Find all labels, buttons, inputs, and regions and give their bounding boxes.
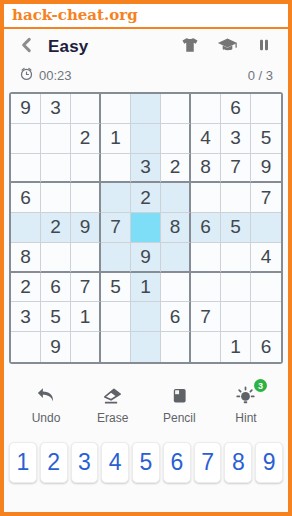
cell-r3c6[interactable]: 2 [161, 154, 191, 184]
cell-r6c1[interactable]: 8 [11, 243, 41, 273]
notebook-icon [167, 383, 191, 407]
pause-button[interactable] [254, 37, 274, 57]
cell-r5c1[interactable] [11, 213, 41, 243]
cell-r4c3[interactable] [71, 183, 101, 213]
cell-r8c4[interactable] [101, 302, 131, 332]
cell-r3c5[interactable]: 3 [131, 154, 161, 184]
page-title: Easy [48, 37, 89, 57]
cell-r2c9[interactable]: 5 [251, 124, 281, 154]
cell-r2c3[interactable]: 2 [71, 124, 101, 154]
cell-r6c9[interactable]: 4 [251, 243, 281, 273]
pencil-label: Pencil [163, 411, 196, 425]
tutorial-button[interactable] [217, 37, 237, 57]
sudoku-board: 93621435328796272978658942675135167916 [9, 92, 283, 364]
cell-r5c4[interactable]: 7 [101, 213, 131, 243]
cell-r7c8[interactable] [221, 273, 251, 303]
number-pad: 123456789 [9, 442, 283, 483]
status-row: 00:23 0 / 3 [4, 59, 288, 92]
cell-r9c3[interactable] [71, 332, 101, 362]
hint-label: Hint [235, 411, 256, 425]
cell-r3c7[interactable]: 8 [191, 154, 221, 184]
cell-r6c6[interactable] [161, 243, 191, 273]
cell-r8c8[interactable] [221, 302, 251, 332]
number-button-4[interactable]: 4 [101, 442, 129, 483]
undo-button[interactable]: Undo [26, 383, 66, 425]
undo-label: Undo [32, 411, 61, 425]
cell-r2c8[interactable]: 3 [221, 124, 251, 154]
cell-r8c7[interactable]: 7 [191, 302, 221, 332]
graduation-cap-icon [217, 35, 238, 60]
cell-r4c6[interactable] [161, 183, 191, 213]
cell-r3c4[interactable] [101, 154, 131, 184]
cell-r9c8[interactable]: 1 [221, 332, 251, 362]
cell-r6c4[interactable] [101, 243, 131, 273]
cell-r2c4[interactable]: 1 [101, 124, 131, 154]
number-button-9[interactable]: 9 [255, 442, 283, 483]
cell-r1c4[interactable] [101, 94, 131, 124]
cell-r3c1[interactable] [11, 154, 41, 184]
cell-r1c5[interactable] [131, 94, 161, 124]
cell-r2c5[interactable] [131, 124, 161, 154]
cell-r1c8[interactable]: 6 [221, 94, 251, 124]
cell-r8c5[interactable] [131, 302, 161, 332]
mistakes-counter: 0 / 3 [248, 68, 273, 83]
cell-r7c7[interactable] [191, 273, 221, 303]
cell-r8c9[interactable] [251, 302, 281, 332]
cell-r9c9[interactable]: 6 [251, 332, 281, 362]
cell-r7c5[interactable]: 1 [131, 273, 161, 303]
pause-icon [256, 37, 272, 57]
cell-r8c6[interactable]: 6 [161, 302, 191, 332]
cell-r5c7[interactable]: 6 [191, 213, 221, 243]
pencil-button[interactable]: Pencil [159, 383, 199, 425]
cell-r7c1[interactable]: 2 [11, 273, 41, 303]
number-button-3[interactable]: 3 [71, 442, 99, 483]
cell-r3c8[interactable]: 7 [221, 154, 251, 184]
timer-clock-icon [19, 66, 34, 84]
header-icons [180, 37, 274, 57]
cell-r4c8[interactable] [221, 183, 251, 213]
cell-r1c7[interactable] [191, 94, 221, 124]
cell-r9c6[interactable] [161, 332, 191, 362]
number-button-6[interactable]: 6 [163, 442, 191, 483]
cell-r9c2[interactable]: 9 [41, 332, 71, 362]
cell-r5c3[interactable]: 9 [71, 213, 101, 243]
cell-r3c2[interactable] [41, 154, 71, 184]
cell-r2c1[interactable] [11, 124, 41, 154]
cell-r4c7[interactable] [191, 183, 221, 213]
cell-r4c1[interactable]: 6 [11, 183, 41, 213]
cell-r5c9[interactable] [251, 213, 281, 243]
cell-r5c2[interactable]: 2 [41, 213, 71, 243]
back-chevron-icon [18, 36, 36, 58]
cell-r2c2[interactable] [41, 124, 71, 154]
cell-r8c3[interactable]: 1 [71, 302, 101, 332]
cell-r9c1[interactable] [11, 332, 41, 362]
number-button-8[interactable]: 8 [224, 442, 252, 483]
number-button-2[interactable]: 2 [40, 442, 68, 483]
number-button-1[interactable]: 1 [9, 442, 37, 483]
cell-r5c6[interactable]: 8 [161, 213, 191, 243]
cell-r1c6[interactable] [161, 94, 191, 124]
cell-r5c8[interactable]: 5 [221, 213, 251, 243]
undo-icon [34, 383, 58, 407]
cell-r7c4[interactable]: 5 [101, 273, 131, 303]
cell-r7c2[interactable]: 6 [41, 273, 71, 303]
cell-r7c9[interactable] [251, 273, 281, 303]
erase-label: Erase [97, 411, 128, 425]
cell-r4c4[interactable] [101, 183, 131, 213]
cell-r1c9[interactable] [251, 94, 281, 124]
cell-r3c9[interactable]: 9 [251, 154, 281, 184]
cell-r2c6[interactable] [161, 124, 191, 154]
theme-shirt-button[interactable] [180, 37, 200, 57]
cell-r8c1[interactable]: 3 [11, 302, 41, 332]
cell-r6c2[interactable] [41, 243, 71, 273]
cell-r4c9[interactable]: 7 [251, 183, 281, 213]
cell-r7c3[interactable]: 7 [71, 273, 101, 303]
header: Easy [4, 29, 288, 59]
watermark-text: hack-cheat.org [12, 6, 138, 24]
timer-value: 00:23 [39, 68, 72, 83]
cell-r2c7[interactable]: 4 [191, 124, 221, 154]
cell-r9c7[interactable] [191, 332, 221, 362]
cell-r1c3[interactable] [71, 94, 101, 124]
cell-r6c8[interactable] [221, 243, 251, 273]
number-button-5[interactable]: 5 [132, 442, 160, 483]
cell-r5c5[interactable] [131, 213, 161, 243]
cell-r6c7[interactable] [191, 243, 221, 273]
cell-r1c1[interactable]: 9 [11, 94, 41, 124]
number-button-7[interactable]: 7 [194, 442, 222, 483]
sudoku-app: { "watermark": { "text": "hack-cheat.org… [0, 0, 292, 516]
back-button[interactable] [18, 38, 36, 56]
hint-count-badge: 3 [254, 379, 267, 392]
cell-r6c3[interactable] [71, 243, 101, 273]
cell-r1c2[interactable]: 3 [41, 94, 71, 124]
shirt-icon [180, 35, 200, 59]
hint-button[interactable]: 3 Hint [226, 383, 266, 425]
watermark-bar: hack-cheat.org [4, 4, 288, 29]
cell-r4c5[interactable]: 2 [131, 183, 161, 213]
toolbar: Undo Erase Pencil 3 Hint [4, 383, 288, 425]
cell-r4c2[interactable] [41, 183, 71, 213]
cell-r6c5[interactable]: 9 [131, 243, 161, 273]
eraser-icon [101, 383, 125, 407]
cell-r7c6[interactable] [161, 273, 191, 303]
cell-r9c4[interactable] [101, 332, 131, 362]
erase-button[interactable]: Erase [93, 383, 133, 425]
cell-r8c2[interactable]: 5 [41, 302, 71, 332]
cell-r3c3[interactable] [71, 154, 101, 184]
cell-r9c5[interactable] [131, 332, 161, 362]
